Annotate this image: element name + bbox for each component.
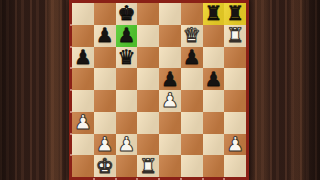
square-c8[interactable]: ♚ [116,3,138,25]
square-e1[interactable] [159,155,181,177]
square-a2[interactable] [72,134,94,156]
square-e2[interactable] [159,134,181,156]
square-h8[interactable]: ♜ [224,3,246,25]
square-c3[interactable] [116,112,138,134]
square-e4[interactable]: ♟ [159,90,181,112]
black-pawn-piece[interactable]: ♟ [161,69,179,90]
square-h7[interactable]: ♜ [224,25,246,47]
square-g6[interactable] [203,47,225,69]
square-a4[interactable] [72,90,94,112]
square-e7[interactable] [159,25,181,47]
square-b3[interactable] [94,112,116,134]
square-h4[interactable] [224,90,246,112]
square-h5[interactable] [224,68,246,90]
square-c7[interactable]: ♟ [116,25,138,47]
square-f2[interactable] [181,134,203,156]
border-tick [180,178,182,180]
black-pawn-piece[interactable]: ♟ [96,25,114,46]
white-pawn-piece[interactable]: ♟ [161,90,179,111]
chess-board: ♚♜♜♟♟♛♜♟♛♟♟♟♟♟♟♟♟♚♜ [69,0,249,180]
black-pawn-piece[interactable]: ♟ [204,69,222,90]
square-d7[interactable] [137,25,159,47]
square-d5[interactable] [137,68,159,90]
square-f5[interactable] [181,68,203,90]
square-a8[interactable] [72,3,94,25]
square-f7[interactable]: ♛ [181,25,203,47]
square-d4[interactable] [137,90,159,112]
border-tick [202,178,204,180]
square-d1[interactable]: ♜ [137,155,159,177]
square-g8[interactable]: ♜ [203,3,225,25]
square-c6[interactable]: ♛ [116,47,138,69]
square-g4[interactable] [203,90,225,112]
border-tick [70,67,72,69]
square-a3[interactable]: ♟ [72,112,94,134]
white-pawn-piece[interactable]: ♟ [226,134,244,155]
square-e6[interactable] [159,47,181,69]
square-g3[interactable] [203,112,225,134]
border-tick [70,46,72,48]
square-g7[interactable] [203,25,225,47]
border-tick [70,154,72,156]
square-f1[interactable] [181,155,203,177]
black-rook-piece[interactable]: ♜ [226,3,244,24]
border-tick [223,178,225,180]
square-b6[interactable] [94,47,116,69]
border-tick [93,178,95,180]
white-rook-piece[interactable]: ♜ [139,156,157,177]
black-rook-piece[interactable]: ♜ [204,3,222,24]
white-rook-piece[interactable]: ♜ [226,25,244,46]
border-tick [70,133,72,135]
black-queen-piece[interactable]: ♛ [117,47,135,68]
border-tick [70,111,72,113]
square-d8[interactable] [137,3,159,25]
square-e8[interactable] [159,3,181,25]
square-e5[interactable]: ♟ [159,68,181,90]
black-pawn-piece[interactable]: ♟ [117,25,135,46]
border-tick [136,178,138,180]
black-pawn-piece[interactable]: ♟ [74,47,92,68]
square-b1[interactable]: ♚ [94,155,116,177]
square-b2[interactable]: ♟ [94,134,116,156]
board-grid: ♚♜♜♟♟♛♜♟♛♟♟♟♟♟♟♟♟♚♜ [72,3,246,177]
square-h3[interactable] [224,112,246,134]
square-d3[interactable] [137,112,159,134]
square-e3[interactable] [159,112,181,134]
border-tick [158,178,160,180]
border-tick [115,178,117,180]
square-g1[interactable] [203,155,225,177]
square-d6[interactable] [137,47,159,69]
chess-app-window: ♚♜♜♟♟♛♜♟♛♟♟♟♟♟♟♟♟♚♜ [0,0,320,180]
square-c1[interactable] [116,155,138,177]
square-f4[interactable] [181,90,203,112]
square-c4[interactable] [116,90,138,112]
square-b7[interactable]: ♟ [94,25,116,47]
square-a6[interactable]: ♟ [72,47,94,69]
white-king-piece[interactable]: ♚ [96,156,114,177]
border-tick [70,24,72,26]
black-pawn-piece[interactable]: ♟ [183,47,201,68]
square-a1[interactable] [72,155,94,177]
white-pawn-piece[interactable]: ♟ [117,134,135,155]
square-b5[interactable] [94,68,116,90]
square-f8[interactable] [181,3,203,25]
border-tick [70,89,72,91]
square-b4[interactable] [94,90,116,112]
square-c2[interactable]: ♟ [116,134,138,156]
square-h1[interactable] [224,155,246,177]
square-g2[interactable] [203,134,225,156]
square-a7[interactable] [72,25,94,47]
square-b8[interactable] [94,3,116,25]
square-f3[interactable] [181,112,203,134]
white-queen-piece[interactable]: ♛ [183,25,201,46]
square-d2[interactable] [137,134,159,156]
square-h6[interactable] [224,47,246,69]
square-a5[interactable] [72,68,94,90]
square-f6[interactable]: ♟ [181,47,203,69]
square-g5[interactable]: ♟ [203,68,225,90]
black-king-piece[interactable]: ♚ [117,3,135,24]
white-pawn-piece[interactable]: ♟ [96,134,114,155]
square-c5[interactable] [116,68,138,90]
square-h2[interactable]: ♟ [224,134,246,156]
white-pawn-piece[interactable]: ♟ [74,112,92,133]
